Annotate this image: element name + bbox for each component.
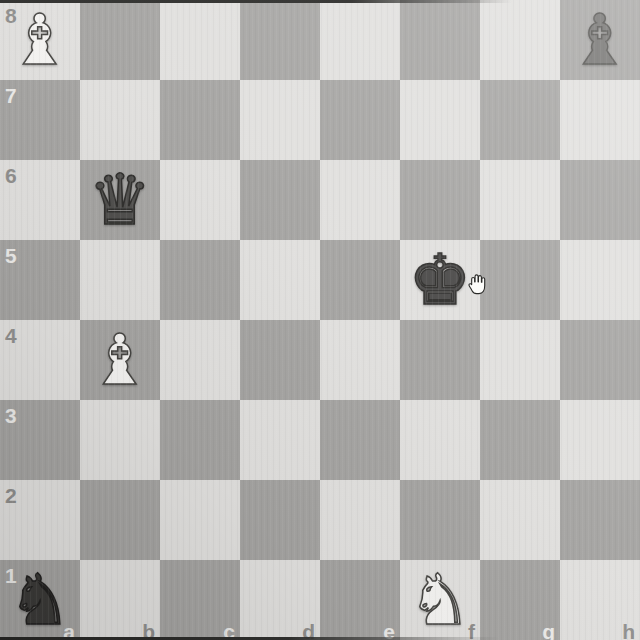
- square-c5[interactable]: [160, 240, 240, 320]
- square-a5[interactable]: 5: [0, 240, 80, 320]
- file-label-e: e: [383, 620, 395, 640]
- square-g5[interactable]: [480, 240, 560, 320]
- square-h7[interactable]: [560, 80, 640, 160]
- square-b4[interactable]: ♝: [80, 320, 160, 400]
- square-a1[interactable]: 1a♞: [0, 560, 80, 640]
- square-f2[interactable]: [400, 480, 480, 560]
- square-h3[interactable]: [560, 400, 640, 480]
- square-a2[interactable]: 2: [0, 480, 80, 560]
- square-g8[interactable]: [480, 0, 560, 80]
- square-g7[interactable]: [480, 80, 560, 160]
- rank-label-5: 5: [5, 245, 17, 266]
- file-label-h: h: [622, 620, 635, 640]
- square-g4[interactable]: [480, 320, 560, 400]
- square-h2[interactable]: [560, 480, 640, 560]
- piece-black-bishop[interactable]: ♝: [560, 0, 640, 80]
- square-c2[interactable]: [160, 480, 240, 560]
- square-f7[interactable]: [400, 80, 480, 160]
- square-c7[interactable]: [160, 80, 240, 160]
- square-e8[interactable]: [320, 0, 400, 80]
- piece-white-bishop[interactable]: ♝: [80, 320, 160, 400]
- square-e4[interactable]: [320, 320, 400, 400]
- square-d7[interactable]: [240, 80, 320, 160]
- square-d2[interactable]: [240, 480, 320, 560]
- square-d5[interactable]: [240, 240, 320, 320]
- square-g1[interactable]: g: [480, 560, 560, 640]
- square-f5[interactable]: ♚: [400, 240, 480, 320]
- rank-label-7: 7: [5, 85, 17, 106]
- rank-label-3: 3: [5, 405, 17, 426]
- square-c1[interactable]: c: [160, 560, 240, 640]
- square-a4[interactable]: 4: [0, 320, 80, 400]
- square-h4[interactable]: [560, 320, 640, 400]
- square-g3[interactable]: [480, 400, 560, 480]
- square-f8[interactable]: [400, 0, 480, 80]
- square-h1[interactable]: h: [560, 560, 640, 640]
- rank-label-2: 2: [5, 485, 17, 506]
- square-b1[interactable]: b: [80, 560, 160, 640]
- rank-label-4: 4: [5, 325, 17, 346]
- square-b8[interactable]: [80, 0, 160, 80]
- square-f1[interactable]: f♞: [400, 560, 480, 640]
- square-b6[interactable]: ♛: [80, 160, 160, 240]
- piece-black-knight[interactable]: ♞: [0, 560, 80, 640]
- piece-white-bishop[interactable]: ♝: [0, 0, 80, 80]
- square-h6[interactable]: [560, 160, 640, 240]
- file-label-g: g: [542, 620, 555, 640]
- square-a6[interactable]: 6: [0, 160, 80, 240]
- square-e5[interactable]: [320, 240, 400, 320]
- square-b2[interactable]: [80, 480, 160, 560]
- square-b5[interactable]: [80, 240, 160, 320]
- square-c4[interactable]: [160, 320, 240, 400]
- file-label-d: d: [302, 620, 315, 640]
- file-label-b: b: [142, 620, 155, 640]
- square-d3[interactable]: [240, 400, 320, 480]
- square-f4[interactable]: [400, 320, 480, 400]
- square-h5[interactable]: [560, 240, 640, 320]
- piece-white-knight[interactable]: ♞: [400, 560, 480, 640]
- square-c3[interactable]: [160, 400, 240, 480]
- square-a7[interactable]: 7: [0, 80, 80, 160]
- square-b3[interactable]: [80, 400, 160, 480]
- square-b7[interactable]: [80, 80, 160, 160]
- square-e7[interactable]: [320, 80, 400, 160]
- piece-black-king[interactable]: ♚: [400, 240, 480, 320]
- square-d8[interactable]: [240, 0, 320, 80]
- square-c6[interactable]: [160, 160, 240, 240]
- square-g2[interactable]: [480, 480, 560, 560]
- square-d4[interactable]: [240, 320, 320, 400]
- chess-board: 8♝♝76♛5♚4♝321a♞bcdef♞gh: [0, 0, 640, 640]
- square-e2[interactable]: [320, 480, 400, 560]
- square-c8[interactable]: [160, 0, 240, 80]
- rank-label-6: 6: [5, 165, 17, 186]
- file-label-c: c: [223, 620, 235, 640]
- square-e1[interactable]: e: [320, 560, 400, 640]
- square-g6[interactable]: [480, 160, 560, 240]
- square-f3[interactable]: [400, 400, 480, 480]
- square-h8[interactable]: ♝: [560, 0, 640, 80]
- square-d1[interactable]: d: [240, 560, 320, 640]
- square-a3[interactable]: 3: [0, 400, 80, 480]
- square-e3[interactable]: [320, 400, 400, 480]
- piece-black-queen[interactable]: ♛: [80, 160, 160, 240]
- square-a8[interactable]: 8♝: [0, 0, 80, 80]
- square-f6[interactable]: [400, 160, 480, 240]
- square-e6[interactable]: [320, 160, 400, 240]
- square-d6[interactable]: [240, 160, 320, 240]
